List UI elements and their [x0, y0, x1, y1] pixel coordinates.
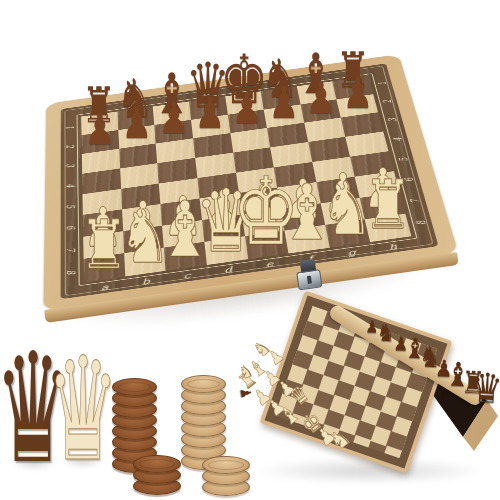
board-square [244, 230, 288, 258]
folded-board-piece-q: ♛ [470, 368, 500, 410]
clasp-latch [292, 258, 327, 298]
folded-board-piece-p: ♟ [238, 387, 254, 400]
light-checker [181, 375, 226, 393]
product-photo-chess-set: abcdefgh abcdefgh 12345678 12345678 ♜♞♝♛… [0, 0, 500, 500]
board-square [83, 253, 124, 282]
coordinates-left: 12345678 [62, 117, 78, 285]
light-queen-piece: ♛ [47, 338, 119, 481]
board-square [123, 247, 165, 276]
folded-board-photo: ♟♞♟♝♞♟♝♜♛♞♟♝♟♜♟♟♛♟♝♚♟♞♞♟ [235, 292, 500, 500]
folded-board-shadow [253, 458, 488, 484]
board-square [284, 225, 329, 253]
dark-checker [112, 378, 157, 396]
board-square [164, 242, 207, 271]
dark-checker [133, 455, 181, 473]
chess-grid [81, 76, 411, 282]
board-square [365, 213, 411, 241]
board-square [324, 219, 370, 247]
latch-body [296, 269, 322, 290]
board-square [204, 236, 247, 265]
